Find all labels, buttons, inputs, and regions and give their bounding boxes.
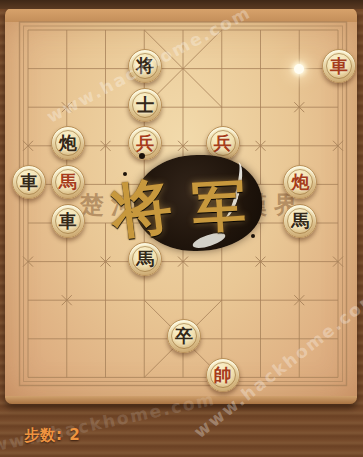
- ink-splash-dot: [251, 234, 255, 238]
- piece-black-車[interactable]: 車: [51, 204, 85, 238]
- piece-glyph: 兵: [136, 134, 154, 152]
- logo-char-left: 将: [107, 166, 176, 254]
- board-front-edge: [5, 396, 357, 404]
- piece-glyph: 馬: [136, 250, 154, 268]
- piece-red-炮[interactable]: 炮: [283, 165, 317, 199]
- piece-red-帥[interactable]: 帥: [206, 358, 240, 392]
- piece-glyph: 馬: [59, 173, 77, 191]
- piece-glyph: 兵: [214, 134, 232, 152]
- ink-splash-dot: [139, 153, 145, 159]
- piece-glyph: 車: [59, 212, 77, 230]
- piece-glyph: 卒: [175, 327, 193, 345]
- piece-glyph: 炮: [291, 173, 309, 191]
- move-counter: 步数: 2: [24, 426, 81, 445]
- center-seal-logo: 将 军: [134, 155, 262, 251]
- piece-red-馬[interactable]: 馬: [51, 165, 85, 199]
- game-screen: 楚河 漢界 将士炮車車馬馬卒車兵兵馬炮帥 将 军 www.hackhome.co…: [0, 0, 363, 457]
- last-move-glow: [294, 64, 304, 74]
- table-top-strip: [0, 0, 363, 9]
- piece-glyph: 士: [136, 96, 154, 114]
- piece-black-炮[interactable]: 炮: [51, 126, 85, 160]
- piece-black-士[interactable]: 士: [128, 88, 162, 122]
- piece-glyph: 車: [330, 57, 348, 75]
- piece-red-車[interactable]: 車: [322, 49, 356, 83]
- ink-splash-dot: [123, 172, 127, 176]
- piece-glyph: 将: [136, 57, 154, 75]
- piece-glyph: 馬: [291, 212, 309, 230]
- logo-char-right: 军: [190, 170, 248, 246]
- piece-black-車[interactable]: 車: [12, 165, 46, 199]
- piece-glyph: 帥: [214, 366, 232, 384]
- piece-glyph: 車: [20, 173, 38, 191]
- piece-black-馬[interactable]: 馬: [283, 204, 317, 238]
- piece-glyph: 炮: [59, 134, 77, 152]
